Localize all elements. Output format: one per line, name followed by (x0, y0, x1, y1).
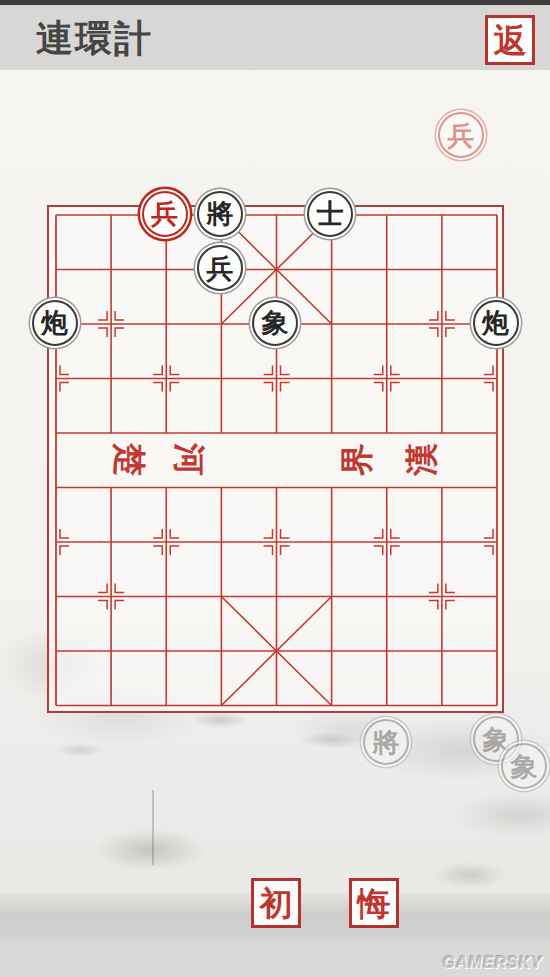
xiangqi-board[interactable]: 楚河界漢 兵將士兵象炮炮 (47, 205, 504, 713)
piece-black[interactable]: 炮 (473, 300, 519, 346)
piece-red: 兵 (438, 112, 484, 158)
river-text: 楚 (113, 443, 146, 476)
piece-black[interactable]: 炮 (32, 300, 78, 346)
piece-gray: 象 (501, 743, 547, 789)
header-bar: 連環計 (0, 5, 550, 70)
reset-button[interactable]: 初 (251, 878, 301, 928)
gamersky-watermark: GAMERSKY (443, 954, 543, 972)
back-button[interactable]: 返 (485, 15, 535, 65)
river-text: 界 (340, 443, 373, 476)
piece-red[interactable]: 兵 (142, 191, 188, 237)
undo-button[interactable]: 悔 (349, 878, 399, 928)
river-text: 河 (173, 443, 206, 476)
piece-gray: 將 (363, 719, 409, 765)
river-text: 漢 (405, 443, 438, 476)
piece-black[interactable]: 士 (307, 191, 353, 237)
boat-mast-decoration (152, 790, 154, 865)
page-title: 連環計 (36, 14, 153, 64)
piece-black[interactable]: 將 (197, 191, 243, 237)
piece-black[interactable]: 兵 (197, 245, 243, 291)
piece-black[interactable]: 象 (252, 300, 298, 346)
